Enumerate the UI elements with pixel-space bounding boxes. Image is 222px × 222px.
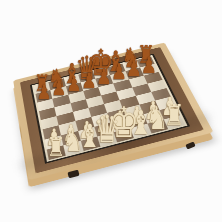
black-pawn-f7[interactable]: ♟ xyxy=(111,62,127,84)
black-pawn-h7[interactable]: ♟ xyxy=(141,54,157,76)
white-rook-a1[interactable]: ♜ xyxy=(47,134,66,160)
black-pawn-a7[interactable]: ♟ xyxy=(37,82,52,102)
black-pawn-c7[interactable]: ♟ xyxy=(67,74,82,95)
white-knight-b1[interactable]: ♞ xyxy=(63,127,84,156)
front-clasp-icon xyxy=(67,170,79,178)
black-pawn-d7[interactable]: ♟ xyxy=(82,70,97,91)
black-pawn-b7[interactable]: ♟ xyxy=(52,78,67,99)
black-pawn-e7[interactable]: ♟ xyxy=(97,66,112,87)
black-pawn-g7[interactable]: ♟ xyxy=(126,58,142,80)
chess-set-photo: ♜♞♝♛♚♝♞♜♟♟♟♟♟♟♟♟♟♟♟♟♟♟♟♟♜♞♝♛♚♝♞♜ xyxy=(0,0,222,222)
